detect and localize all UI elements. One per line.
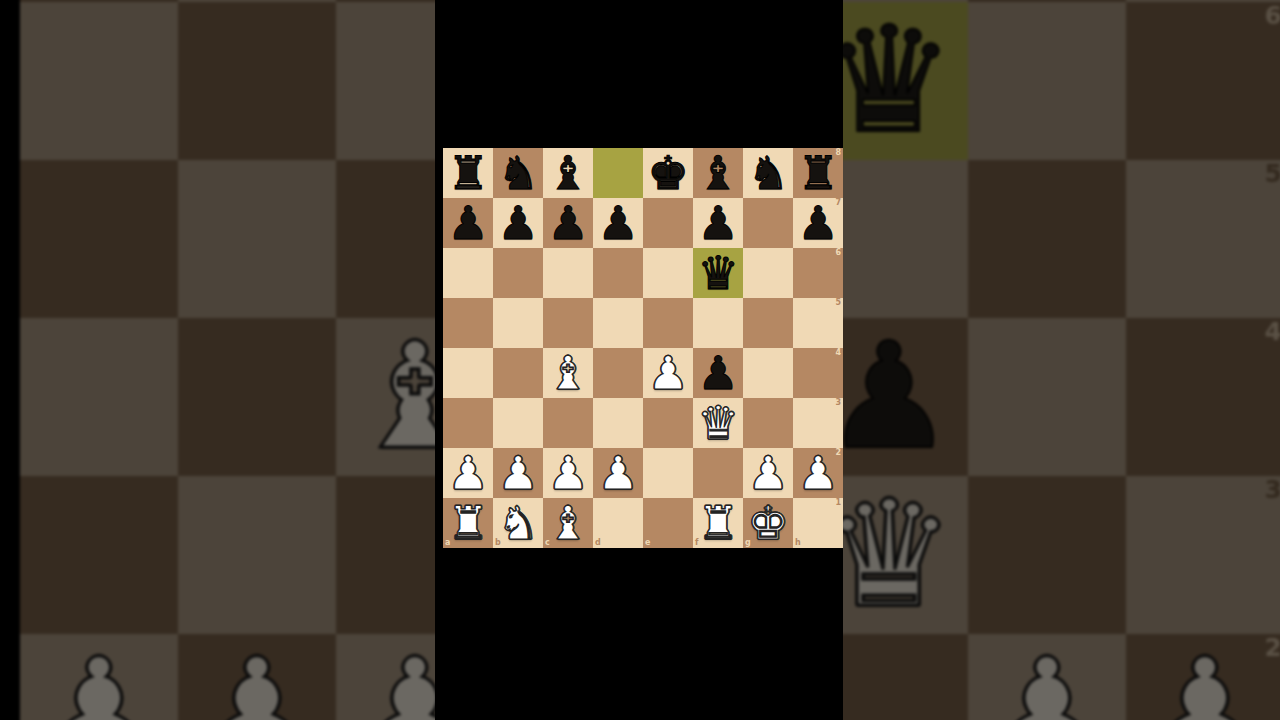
square-d2[interactable]: ♟ bbox=[593, 448, 643, 498]
square-a1[interactable]: ♜a bbox=[443, 498, 493, 548]
square-e6[interactable] bbox=[643, 248, 693, 298]
file-label-g: g bbox=[745, 539, 751, 547]
square-a7[interactable]: ♟ bbox=[443, 198, 493, 248]
square-a6 bbox=[20, 2, 178, 160]
square-a3[interactable] bbox=[443, 398, 493, 448]
square-d7[interactable]: ♟ bbox=[593, 198, 643, 248]
square-h3: 3 bbox=[1126, 476, 1280, 634]
square-c5[interactable] bbox=[543, 298, 593, 348]
square-b1[interactable]: ♞b bbox=[493, 498, 543, 548]
square-a2: ♟ bbox=[20, 634, 178, 720]
piece-white-pawn: ♟ bbox=[20, 634, 178, 720]
square-g3[interactable] bbox=[743, 398, 793, 448]
piece-white-queen[interactable]: ♛ bbox=[693, 398, 743, 448]
square-d4[interactable] bbox=[593, 348, 643, 398]
square-e4[interactable]: ♟ bbox=[643, 348, 693, 398]
square-e1[interactable]: e bbox=[643, 498, 693, 548]
square-a8[interactable]: ♜ bbox=[443, 148, 493, 198]
piece-white-rook[interactable]: ♜ bbox=[693, 498, 743, 548]
square-g4 bbox=[968, 318, 1126, 476]
piece-black-rook[interactable]: ♜ bbox=[443, 148, 493, 198]
piece-black-knight[interactable]: ♞ bbox=[743, 148, 793, 198]
piece-black-pawn[interactable]: ♟ bbox=[693, 348, 743, 398]
square-f8[interactable]: ♝ bbox=[693, 148, 743, 198]
square-a6[interactable] bbox=[443, 248, 493, 298]
square-b8[interactable]: ♞ bbox=[493, 148, 543, 198]
piece-white-pawn[interactable]: ♟ bbox=[443, 448, 493, 498]
piece-black-pawn[interactable]: ♟ bbox=[443, 198, 493, 248]
piece-black-bishop[interactable]: ♝ bbox=[543, 148, 593, 198]
square-g7[interactable] bbox=[743, 198, 793, 248]
square-h8[interactable]: ♜8 bbox=[793, 148, 843, 198]
square-c4[interactable]: ♝ bbox=[543, 348, 593, 398]
square-b2: ♟ bbox=[178, 634, 336, 720]
rank-label-6: 6 bbox=[1265, 3, 1280, 28]
square-f6[interactable]: ♛ bbox=[693, 248, 743, 298]
square-d8[interactable] bbox=[593, 148, 643, 198]
rank-label-3: 3 bbox=[1265, 477, 1280, 502]
square-c2[interactable]: ♟ bbox=[543, 448, 593, 498]
square-g3 bbox=[968, 476, 1126, 634]
square-f7[interactable]: ♟ bbox=[693, 198, 743, 248]
piece-white-pawn[interactable]: ♟ bbox=[643, 348, 693, 398]
rank-label-2: 2 bbox=[1265, 635, 1280, 660]
file-label-a: a bbox=[445, 539, 450, 547]
square-h6: 6 bbox=[1126, 2, 1280, 160]
square-e3[interactable] bbox=[643, 398, 693, 448]
square-b4 bbox=[178, 318, 336, 476]
rank-label-4: 4 bbox=[835, 349, 841, 357]
square-a4[interactable] bbox=[443, 348, 493, 398]
square-a4 bbox=[20, 318, 178, 476]
piece-white-bishop[interactable]: ♝ bbox=[543, 348, 593, 398]
piece-black-pawn[interactable]: ♟ bbox=[493, 198, 543, 248]
file-label-c: c bbox=[545, 539, 550, 547]
rank-label-7: 7 bbox=[835, 199, 841, 207]
square-e2[interactable] bbox=[643, 448, 693, 498]
square-g2[interactable]: ♟ bbox=[743, 448, 793, 498]
file-label-h: h bbox=[795, 539, 801, 547]
square-b6 bbox=[178, 2, 336, 160]
file-label-b: b bbox=[495, 539, 501, 547]
piece-white-rook[interactable]: ♜ bbox=[443, 498, 493, 548]
square-h4[interactable]: 4 bbox=[793, 348, 843, 398]
square-h2[interactable]: ♟2 bbox=[793, 448, 843, 498]
piece-white-pawn: ♟ bbox=[1126, 634, 1280, 720]
rank-label-5: 5 bbox=[1265, 161, 1280, 186]
square-d6[interactable] bbox=[593, 248, 643, 298]
piece-black-king[interactable]: ♚ bbox=[643, 148, 693, 198]
rank-label-8: 8 bbox=[835, 149, 841, 157]
rank-label-6: 6 bbox=[835, 249, 841, 257]
rank-label-5: 5 bbox=[835, 299, 841, 307]
file-label-d: d bbox=[595, 539, 601, 547]
piece-white-pawn: ♟ bbox=[178, 634, 336, 720]
square-a5 bbox=[20, 160, 178, 318]
square-b7[interactable]: ♟ bbox=[493, 198, 543, 248]
square-c8[interactable]: ♝ bbox=[543, 148, 593, 198]
square-h1[interactable]: 1h bbox=[793, 498, 843, 548]
square-e8[interactable]: ♚ bbox=[643, 148, 693, 198]
square-f3[interactable]: ♛ bbox=[693, 398, 743, 448]
square-f2[interactable] bbox=[693, 448, 743, 498]
piece-black-pawn[interactable]: ♟ bbox=[593, 198, 643, 248]
square-c6[interactable] bbox=[543, 248, 593, 298]
rank-label-2: 2 bbox=[835, 449, 841, 457]
rank-label-1: 1 bbox=[835, 499, 841, 507]
square-a3 bbox=[20, 476, 178, 634]
square-a5[interactable] bbox=[443, 298, 493, 348]
file-label-f: f bbox=[695, 539, 698, 547]
piece-white-pawn[interactable]: ♟ bbox=[593, 448, 643, 498]
square-g1[interactable]: ♚g bbox=[743, 498, 793, 548]
square-b5[interactable] bbox=[493, 298, 543, 348]
square-c1[interactable]: ♝c bbox=[543, 498, 593, 548]
piece-white-pawn: ♟ bbox=[968, 634, 1126, 720]
square-h5: 5 bbox=[1126, 160, 1280, 318]
square-e5[interactable] bbox=[643, 298, 693, 348]
square-h5[interactable]: 5 bbox=[793, 298, 843, 348]
square-c3[interactable] bbox=[543, 398, 593, 448]
square-d1[interactable]: d bbox=[593, 498, 643, 548]
square-h6[interactable]: 6 bbox=[793, 248, 843, 298]
square-g4[interactable] bbox=[743, 348, 793, 398]
piece-black-queen[interactable]: ♛ bbox=[693, 248, 743, 298]
square-b3 bbox=[178, 476, 336, 634]
square-h3[interactable]: 3 bbox=[793, 398, 843, 448]
piece-black-pawn[interactable]: ♟ bbox=[693, 198, 743, 248]
piece-black-bishop[interactable]: ♝ bbox=[693, 148, 743, 198]
piece-white-bishop[interactable]: ♝ bbox=[543, 498, 593, 548]
square-g5[interactable] bbox=[743, 298, 793, 348]
square-b4[interactable] bbox=[493, 348, 543, 398]
square-a2[interactable]: ♟ bbox=[443, 448, 493, 498]
square-g2: ♟ bbox=[968, 634, 1126, 720]
square-h7[interactable]: ♟7 bbox=[793, 198, 843, 248]
square-f4[interactable]: ♟ bbox=[693, 348, 743, 398]
rank-label-4: 4 bbox=[1265, 319, 1280, 344]
square-f5[interactable] bbox=[693, 298, 743, 348]
square-h4: 4 bbox=[1126, 318, 1280, 476]
piece-white-pawn[interactable]: ♟ bbox=[743, 448, 793, 498]
square-g6[interactable] bbox=[743, 248, 793, 298]
square-b3[interactable] bbox=[493, 398, 543, 448]
square-h2: ♟2 bbox=[1126, 634, 1280, 720]
square-f1[interactable]: ♜f bbox=[693, 498, 743, 548]
square-e7[interactable] bbox=[643, 198, 693, 248]
piece-white-pawn[interactable]: ♟ bbox=[543, 448, 593, 498]
square-g5 bbox=[968, 160, 1126, 318]
piece-white-pawn[interactable]: ♟ bbox=[493, 448, 543, 498]
square-g6 bbox=[968, 2, 1126, 160]
square-c7[interactable]: ♟ bbox=[543, 198, 593, 248]
square-g8[interactable]: ♞ bbox=[743, 148, 793, 198]
rank-label-3: 3 bbox=[835, 399, 841, 407]
piece-black-knight[interactable]: ♞ bbox=[493, 148, 543, 198]
chess-board[interactable]: ♜♞♝♚♝♞♜8♟♟♟♟♟♟7♛65♝♟♟4♛3♟♟♟♟♟♟2♜a♞b♝cde♜… bbox=[443, 148, 843, 548]
square-b2[interactable]: ♟ bbox=[493, 448, 543, 498]
square-d3[interactable] bbox=[593, 398, 643, 448]
square-d5[interactable] bbox=[593, 298, 643, 348]
piece-black-pawn[interactable]: ♟ bbox=[543, 198, 593, 248]
file-label-e: e bbox=[645, 539, 650, 547]
square-b5 bbox=[178, 160, 336, 318]
square-b6[interactable] bbox=[493, 248, 543, 298]
